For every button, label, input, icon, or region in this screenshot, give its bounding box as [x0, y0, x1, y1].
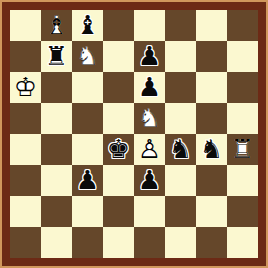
square-a4[interactable]	[10, 134, 41, 165]
square-e5[interactable]: ♞♘	[134, 103, 165, 134]
square-h5[interactable]	[227, 103, 258, 134]
square-e2[interactable]	[134, 196, 165, 227]
black-pawn-e6[interactable]: ♟	[134, 72, 165, 103]
square-c1[interactable]	[72, 227, 103, 258]
square-b1[interactable]	[41, 227, 72, 258]
square-b6[interactable]	[41, 72, 72, 103]
square-f3[interactable]	[165, 165, 196, 196]
piece-outline-glyph: ♖	[227, 134, 258, 165]
square-b7[interactable]: ♜	[41, 41, 72, 72]
square-b3[interactable]	[41, 165, 72, 196]
square-g4[interactable]: ♞	[196, 134, 227, 165]
square-a3[interactable]	[10, 165, 41, 196]
piece-outline-glyph: ♘	[134, 103, 165, 134]
square-h4[interactable]: ♜♖	[227, 134, 258, 165]
piece-fill-glyph: ♟	[72, 165, 103, 196]
square-f1[interactable]	[165, 227, 196, 258]
piece-fill-glyph: ♞	[196, 134, 227, 165]
square-e1[interactable]	[134, 227, 165, 258]
piece-fill-glyph: ♝	[72, 10, 103, 41]
white-rook-h4[interactable]: ♜♖	[227, 134, 258, 165]
black-rook-b7[interactable]: ♜	[41, 41, 72, 72]
square-a7[interactable]	[10, 41, 41, 72]
square-c2[interactable]	[72, 196, 103, 227]
square-a6[interactable]: ♚♔	[10, 72, 41, 103]
square-e8[interactable]	[134, 10, 165, 41]
square-b4[interactable]	[41, 134, 72, 165]
square-d1[interactable]	[103, 227, 134, 258]
square-d2[interactable]	[103, 196, 134, 227]
square-c5[interactable]	[72, 103, 103, 134]
square-c4[interactable]	[72, 134, 103, 165]
square-g5[interactable]	[196, 103, 227, 134]
piece-fill-glyph: ♞	[165, 134, 196, 165]
square-e7[interactable]: ♟	[134, 41, 165, 72]
square-a8[interactable]	[10, 10, 41, 41]
black-pawn-e7[interactable]: ♟	[134, 41, 165, 72]
square-d6[interactable]	[103, 72, 134, 103]
square-d3[interactable]	[103, 165, 134, 196]
black-knight-f4[interactable]: ♞	[165, 134, 196, 165]
black-pawn-e3[interactable]: ♟	[134, 165, 165, 196]
square-g6[interactable]	[196, 72, 227, 103]
square-f2[interactable]	[165, 196, 196, 227]
piece-fill-glyph: ♜	[41, 41, 72, 72]
black-pawn-c3[interactable]: ♟	[72, 165, 103, 196]
square-h3[interactable]	[227, 165, 258, 196]
square-d7[interactable]	[103, 41, 134, 72]
piece-fill-glyph: ♟	[134, 41, 165, 72]
square-e3[interactable]: ♟	[134, 165, 165, 196]
black-knight-g4[interactable]: ♞	[196, 134, 227, 165]
white-knight-e5[interactable]: ♞♘	[134, 103, 165, 134]
piece-fill-glyph: ♚	[103, 134, 134, 165]
square-d4[interactable]: ♚	[103, 134, 134, 165]
square-h2[interactable]	[227, 196, 258, 227]
square-d5[interactable]	[103, 103, 134, 134]
board-frame-rim: ♝♗♝♜♞♘♟♚♔♟♞♘♚♟♙♞♞♜♖♟♟	[0, 0, 268, 268]
square-g8[interactable]	[196, 10, 227, 41]
square-c8[interactable]: ♝	[72, 10, 103, 41]
white-pawn-e4[interactable]: ♟♙	[134, 134, 165, 165]
square-f4[interactable]: ♞	[165, 134, 196, 165]
piece-fill-glyph: ♟	[134, 165, 165, 196]
square-g1[interactable]	[196, 227, 227, 258]
square-b8[interactable]: ♝♗	[41, 10, 72, 41]
white-king-a6[interactable]: ♚♔	[10, 72, 41, 103]
square-a2[interactable]	[10, 196, 41, 227]
square-b2[interactable]	[41, 196, 72, 227]
square-f6[interactable]	[165, 72, 196, 103]
black-bishop-c8[interactable]: ♝	[72, 10, 103, 41]
square-d8[interactable]	[103, 10, 134, 41]
square-b5[interactable]	[41, 103, 72, 134]
square-c7[interactable]: ♞♘	[72, 41, 103, 72]
square-h6[interactable]	[227, 72, 258, 103]
piece-outline-glyph: ♔	[10, 72, 41, 103]
square-f7[interactable]	[165, 41, 196, 72]
piece-outline-glyph: ♙	[134, 134, 165, 165]
chess-board: ♝♗♝♜♞♘♟♚♔♟♞♘♚♟♙♞♞♜♖♟♟	[10, 10, 258, 258]
square-h7[interactable]	[227, 41, 258, 72]
square-e6[interactable]: ♟	[134, 72, 165, 103]
square-a1[interactable]	[10, 227, 41, 258]
square-e4[interactable]: ♟♙	[134, 134, 165, 165]
square-h8[interactable]	[227, 10, 258, 41]
square-h1[interactable]	[227, 227, 258, 258]
black-king-d4[interactable]: ♚	[103, 134, 134, 165]
piece-outline-glyph: ♘	[72, 41, 103, 72]
white-knight-c7[interactable]: ♞♘	[72, 41, 103, 72]
square-f8[interactable]	[165, 10, 196, 41]
white-bishop-b8[interactable]: ♝♗	[41, 10, 72, 41]
square-g7[interactable]	[196, 41, 227, 72]
square-g2[interactable]	[196, 196, 227, 227]
square-c3[interactable]: ♟	[72, 165, 103, 196]
square-a5[interactable]	[10, 103, 41, 134]
piece-outline-glyph: ♗	[41, 10, 72, 41]
square-f5[interactable]	[165, 103, 196, 134]
square-g3[interactable]	[196, 165, 227, 196]
piece-fill-glyph: ♟	[134, 72, 165, 103]
square-c6[interactable]	[72, 72, 103, 103]
